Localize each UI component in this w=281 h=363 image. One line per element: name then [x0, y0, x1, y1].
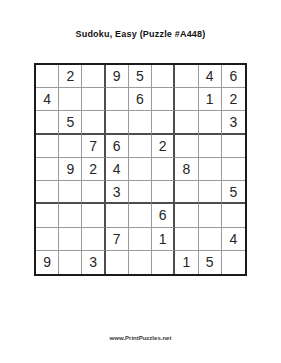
cell-r2c9: 2	[222, 88, 245, 111]
cell-r2c5: 6	[129, 88, 152, 111]
cell-r4c5[interactable]	[129, 135, 152, 158]
cell-r1c3[interactable]	[82, 65, 105, 88]
cell-r5c2: 9	[59, 158, 82, 181]
cell-r7c7[interactable]	[175, 204, 198, 227]
cell-r8c2[interactable]	[59, 228, 82, 251]
footer-url: www.PrintPuzzles.net	[0, 335, 281, 341]
cell-r1c1[interactable]	[36, 65, 59, 88]
cell-r2c8: 1	[199, 88, 222, 111]
cell-r4c8[interactable]	[199, 135, 222, 158]
cell-r8c8[interactable]	[199, 228, 222, 251]
cell-r9c1: 9	[36, 251, 59, 274]
cell-r4c9[interactable]	[222, 135, 245, 158]
cell-r8c9: 4	[222, 228, 245, 251]
cell-r3c1[interactable]	[36, 111, 59, 134]
cell-r6c4: 3	[106, 181, 129, 204]
cell-r2c2[interactable]	[59, 88, 82, 111]
cell-r6c5[interactable]	[129, 181, 152, 204]
cell-r4c7[interactable]	[175, 135, 198, 158]
cell-r9c8: 5	[199, 251, 222, 274]
cell-r8c5[interactable]	[129, 228, 152, 251]
cell-r6c8[interactable]	[199, 181, 222, 204]
cell-r1c4: 9	[106, 65, 129, 88]
cell-r4c4: 6	[106, 135, 129, 158]
cell-r9c2[interactable]	[59, 251, 82, 274]
cell-r1c2: 2	[59, 65, 82, 88]
puzzle-page: Sudoku, Easy (Puzzle #A448) 295464612537…	[0, 0, 281, 363]
cell-r6c2[interactable]	[59, 181, 82, 204]
cell-r9c9[interactable]	[222, 251, 245, 274]
cell-r3c4[interactable]	[106, 111, 129, 134]
cell-r1c5: 5	[129, 65, 152, 88]
cell-r6c9: 5	[222, 181, 245, 204]
cell-r2c1: 4	[36, 88, 59, 111]
cell-r8c3[interactable]	[82, 228, 105, 251]
cell-r9c4[interactable]	[106, 251, 129, 274]
cell-r2c6[interactable]	[152, 88, 175, 111]
cell-r7c3[interactable]	[82, 204, 105, 227]
cell-r7c9[interactable]	[222, 204, 245, 227]
cell-r3c8[interactable]	[199, 111, 222, 134]
cell-r7c8[interactable]	[199, 204, 222, 227]
cell-r5c9[interactable]	[222, 158, 245, 181]
cell-r5c1[interactable]	[36, 158, 59, 181]
cell-r3c7[interactable]	[175, 111, 198, 134]
cell-r7c5[interactable]	[129, 204, 152, 227]
cell-r8c1[interactable]	[36, 228, 59, 251]
cell-r5c6[interactable]	[152, 158, 175, 181]
cell-r1c7[interactable]	[175, 65, 198, 88]
cell-r6c3[interactable]	[82, 181, 105, 204]
cell-r6c1[interactable]	[36, 181, 59, 204]
cell-r9c6[interactable]	[152, 251, 175, 274]
cell-r8c6: 1	[152, 228, 175, 251]
cell-r1c9: 6	[222, 65, 245, 88]
cell-r9c5[interactable]	[129, 251, 152, 274]
cell-r8c7[interactable]	[175, 228, 198, 251]
puzzle-title: Sudoku, Easy (Puzzle #A448)	[0, 29, 281, 39]
cell-r4c1[interactable]	[36, 135, 59, 158]
cell-r2c4[interactable]	[106, 88, 129, 111]
cell-r7c2[interactable]	[59, 204, 82, 227]
cell-r3c9: 3	[222, 111, 245, 134]
cell-r5c5[interactable]	[129, 158, 152, 181]
cell-r5c8[interactable]	[199, 158, 222, 181]
cell-r4c3: 7	[82, 135, 105, 158]
cell-r4c2[interactable]	[59, 135, 82, 158]
cell-r3c2: 5	[59, 111, 82, 134]
cell-r5c7: 8	[175, 158, 198, 181]
cell-r7c4[interactable]	[106, 204, 129, 227]
cell-r7c6: 6	[152, 204, 175, 227]
cell-r1c6[interactable]	[152, 65, 175, 88]
cell-r3c5[interactable]	[129, 111, 152, 134]
cell-r5c3: 2	[82, 158, 105, 181]
cell-r2c7[interactable]	[175, 88, 198, 111]
cell-r6c7[interactable]	[175, 181, 198, 204]
cell-r7c1[interactable]	[36, 204, 59, 227]
cell-r9c3: 3	[82, 251, 105, 274]
cell-r9c7: 1	[175, 251, 198, 274]
cell-r6c6[interactable]	[152, 181, 175, 204]
cell-r3c6[interactable]	[152, 111, 175, 134]
cell-r2c3[interactable]	[82, 88, 105, 111]
cell-r3c3[interactable]	[82, 111, 105, 134]
cell-r5c4: 4	[106, 158, 129, 181]
cell-r8c4: 7	[106, 228, 129, 251]
cell-r1c8: 4	[199, 65, 222, 88]
cell-r4c6: 2	[152, 135, 175, 158]
sudoku-grid: 2954646125376292483567149315	[34, 63, 247, 276]
